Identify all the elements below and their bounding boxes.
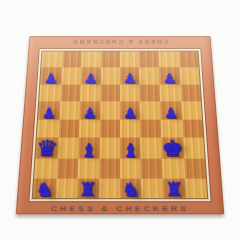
board-square[interactable]	[162, 159, 185, 178]
board-square[interactable]	[100, 84, 120, 101]
board-square[interactable]: ♟	[79, 102, 100, 120]
board-square[interactable]: ♟	[120, 68, 140, 85]
board-square[interactable]	[98, 178, 120, 198]
board-square[interactable]	[182, 119, 203, 137]
board-square[interactable]	[159, 84, 181, 101]
pawn-piece[interactable]: ♟	[162, 72, 176, 85]
knight-piece[interactable]: ♞	[121, 180, 140, 200]
frame-title-bottom: CHESS & CHECKERS	[16, 204, 224, 213]
board-square[interactable]	[79, 119, 100, 137]
board-square[interactable]	[139, 51, 159, 67]
board-square[interactable]: ♟	[160, 102, 182, 120]
king-piece[interactable]: ♚	[161, 138, 184, 160]
board-square[interactable]	[181, 102, 202, 120]
board-square[interactable]: ♛	[35, 138, 58, 159]
board-square[interactable]	[100, 102, 120, 120]
board-play-area: ♟♟♟♟♟♟♟♟♛♝♝♚♞♜♞♜	[29, 49, 210, 201]
frame-title-top: CHESS & CHECKERS	[29, 39, 211, 44]
board-square[interactable]	[99, 159, 120, 178]
product-photo-scene: CHESS & CHECKERS ♟♟♟♟♟♟♟♟♛♝♝♚♞♜♞♜ CHESS …	[0, 0, 240, 240]
pawn-piece[interactable]: ♟	[123, 106, 137, 120]
pawn-piece[interactable]: ♟	[82, 106, 96, 120]
pawn-piece[interactable]: ♟	[41, 106, 56, 120]
board-square[interactable]	[141, 159, 163, 178]
board-square[interactable]	[140, 84, 160, 101]
pawn-piece[interactable]: ♟	[44, 72, 58, 85]
board-square[interactable]	[140, 119, 161, 137]
board-square[interactable]	[183, 138, 205, 159]
board-square[interactable]	[184, 159, 206, 178]
rook-piece[interactable]: ♜	[78, 180, 97, 200]
board-grid: ♟♟♟♟♟♟♟♟♛♝♝♚♞♜♞♜	[33, 51, 207, 198]
bishop-piece[interactable]: ♝	[121, 141, 139, 159]
board-square[interactable]	[140, 102, 161, 120]
board-square[interactable]	[99, 119, 120, 137]
board-square[interactable]	[99, 138, 120, 159]
board-square[interactable]: ♜	[77, 178, 99, 198]
board-square[interactable]	[141, 178, 163, 198]
board-square[interactable]	[139, 68, 159, 85]
bishop-piece[interactable]: ♝	[79, 141, 98, 159]
pawn-piece[interactable]: ♟	[84, 72, 98, 85]
board-square[interactable]: ♚	[161, 138, 184, 159]
board-square[interactable]: ♟	[40, 68, 62, 85]
board-square[interactable]	[58, 119, 79, 137]
board-square[interactable]	[120, 159, 141, 178]
board-square[interactable]	[81, 51, 101, 67]
board-square[interactable]: ♟	[38, 102, 60, 120]
board-square[interactable]: ♞	[33, 178, 57, 198]
board-square[interactable]	[39, 84, 61, 101]
pawn-piece[interactable]: ♟	[164, 106, 179, 120]
board-square[interactable]	[178, 51, 198, 67]
board-square[interactable]	[100, 68, 120, 85]
board-square[interactable]: ♜	[162, 178, 185, 198]
board-square[interactable]	[120, 119, 141, 137]
board-square[interactable]	[57, 138, 79, 159]
board-square[interactable]	[59, 102, 80, 120]
board-square[interactable]: ♞	[120, 178, 142, 198]
board-square[interactable]	[80, 84, 100, 101]
board-square[interactable]	[34, 159, 57, 178]
board-square[interactable]	[60, 84, 81, 101]
board-square[interactable]	[61, 68, 81, 85]
board-square[interactable]	[78, 159, 100, 178]
board-square[interactable]	[62, 51, 82, 67]
board-square[interactable]	[185, 178, 208, 198]
queen-piece[interactable]: ♛	[35, 138, 58, 160]
board-square[interactable]	[56, 159, 78, 178]
board-square[interactable]	[180, 84, 201, 101]
board-square[interactable]	[101, 51, 120, 67]
pawn-piece[interactable]: ♟	[123, 72, 137, 85]
board-square[interactable]	[120, 84, 140, 101]
board-square[interactable]	[41, 51, 62, 67]
board-square[interactable]: ♝	[78, 138, 99, 159]
board-square[interactable]	[141, 138, 162, 159]
knight-piece[interactable]: ♞	[35, 180, 55, 200]
rook-piece[interactable]: ♜	[164, 180, 184, 200]
board-square[interactable]: ♟	[159, 68, 180, 85]
board-square[interactable]: ♟	[81, 68, 101, 85]
board-square[interactable]: ♟	[120, 102, 140, 120]
board-square[interactable]	[179, 68, 200, 85]
board-square[interactable]: ♝	[120, 138, 141, 159]
chess-checkers-board: CHESS & CHECKERS ♟♟♟♟♟♟♟♟♛♝♝♚♞♜♞♜ CHESS …	[16, 36, 225, 214]
board-square[interactable]	[158, 51, 179, 67]
board-square[interactable]	[120, 51, 139, 67]
board-square[interactable]	[55, 178, 77, 198]
